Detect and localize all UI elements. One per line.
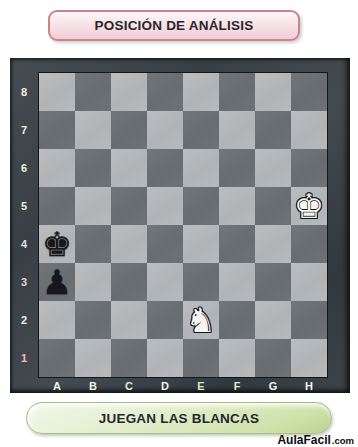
square-d2[interactable]: [147, 301, 183, 339]
file-label-d: D: [147, 378, 183, 393]
watermark-suffix: .com: [332, 435, 354, 446]
black-pawn: ♟: [42, 265, 72, 299]
file-label-b: B: [75, 378, 111, 393]
square-a8[interactable]: [39, 73, 75, 111]
square-f6[interactable]: [219, 149, 255, 187]
rank-label-3: 3: [10, 263, 38, 301]
square-g8[interactable]: [255, 73, 291, 111]
square-c5[interactable]: [111, 187, 147, 225]
square-g3[interactable]: [255, 263, 291, 301]
rank-labels: 87654321: [10, 73, 38, 377]
square-f5[interactable]: [219, 187, 255, 225]
rank-label-4: 4: [10, 225, 38, 263]
square-h1[interactable]: [291, 339, 327, 377]
square-d8[interactable]: [147, 73, 183, 111]
watermark-brand: AulaFacil: [277, 433, 330, 447]
square-d7[interactable]: [147, 111, 183, 149]
square-c4[interactable]: [111, 225, 147, 263]
square-h5[interactable]: ♚: [291, 187, 327, 225]
file-label-c: C: [111, 378, 147, 393]
square-b3[interactable]: [75, 263, 111, 301]
square-e3[interactable]: [183, 263, 219, 301]
square-f7[interactable]: [219, 111, 255, 149]
file-label-g: G: [255, 378, 291, 393]
square-d4[interactable]: [147, 225, 183, 263]
square-d3[interactable]: [147, 263, 183, 301]
white-king: ♚: [294, 189, 324, 223]
square-b5[interactable]: [75, 187, 111, 225]
square-g7[interactable]: [255, 111, 291, 149]
square-g5[interactable]: [255, 187, 291, 225]
square-a5[interactable]: [39, 187, 75, 225]
square-b6[interactable]: [75, 149, 111, 187]
square-d5[interactable]: [147, 187, 183, 225]
square-e5[interactable]: [183, 187, 219, 225]
square-e6[interactable]: [183, 149, 219, 187]
square-f3[interactable]: [219, 263, 255, 301]
square-c7[interactable]: [111, 111, 147, 149]
square-b7[interactable]: [75, 111, 111, 149]
square-e7[interactable]: [183, 111, 219, 149]
square-c1[interactable]: [111, 339, 147, 377]
square-g6[interactable]: [255, 149, 291, 187]
square-c3[interactable]: [111, 263, 147, 301]
rank-label-8: 8: [10, 73, 38, 111]
square-h2[interactable]: [291, 301, 327, 339]
square-e4[interactable]: [183, 225, 219, 263]
file-label-f: F: [219, 378, 255, 393]
square-g1[interactable]: [255, 339, 291, 377]
square-c8[interactable]: [111, 73, 147, 111]
square-e2[interactable]: ♞: [183, 301, 219, 339]
board-grid: ♚♚♟♞: [38, 72, 328, 378]
square-a2[interactable]: [39, 301, 75, 339]
square-g4[interactable]: [255, 225, 291, 263]
square-h3[interactable]: [291, 263, 327, 301]
file-label-e: E: [183, 378, 219, 393]
square-b4[interactable]: [75, 225, 111, 263]
square-a7[interactable]: [39, 111, 75, 149]
square-h7[interactable]: [291, 111, 327, 149]
square-g2[interactable]: [255, 301, 291, 339]
rank-label-5: 5: [10, 187, 38, 225]
black-king: ♚: [42, 227, 72, 261]
side-to-move-banner: JUEGAN LAS BLANCAS: [26, 402, 332, 434]
rank-label-1: 1: [10, 339, 38, 377]
square-a4[interactable]: ♚: [39, 225, 75, 263]
analysis-position-label: POSICIÓN DE ANÁLISIS: [95, 18, 254, 33]
square-b8[interactable]: [75, 73, 111, 111]
chess-board: 87654321 ♚♚♟♞ ABCDEFGH: [10, 58, 350, 393]
square-f4[interactable]: [219, 225, 255, 263]
rank-label-2: 2: [10, 301, 38, 339]
file-labels: ABCDEFGH: [39, 378, 327, 393]
aulafacil-watermark: AulaFacil .com: [277, 433, 354, 447]
file-label-a: A: [39, 378, 75, 393]
square-a3[interactable]: ♟: [39, 263, 75, 301]
rank-label-6: 6: [10, 149, 38, 187]
square-h8[interactable]: [291, 73, 327, 111]
square-f8[interactable]: [219, 73, 255, 111]
square-a6[interactable]: [39, 149, 75, 187]
square-f2[interactable]: [219, 301, 255, 339]
analysis-position-banner: POSICIÓN DE ANÁLISIS: [48, 10, 300, 41]
square-h4[interactable]: [291, 225, 327, 263]
square-e1[interactable]: [183, 339, 219, 377]
square-d1[interactable]: [147, 339, 183, 377]
square-c6[interactable]: [111, 149, 147, 187]
square-d6[interactable]: [147, 149, 183, 187]
file-label-h: H: [291, 378, 327, 393]
side-to-move-label: JUEGAN LAS BLANCAS: [99, 411, 259, 426]
square-e8[interactable]: [183, 73, 219, 111]
square-h6[interactable]: [291, 149, 327, 187]
square-b1[interactable]: [75, 339, 111, 377]
square-b2[interactable]: [75, 301, 111, 339]
square-a1[interactable]: [39, 339, 75, 377]
rank-label-7: 7: [10, 111, 38, 149]
square-f1[interactable]: [219, 339, 255, 377]
page: POSICIÓN DE ANÁLISIS 87654321 ♚♚♟♞ ABCDE…: [0, 0, 358, 447]
square-c2[interactable]: [111, 301, 147, 339]
white-knight: ♞: [186, 303, 216, 337]
